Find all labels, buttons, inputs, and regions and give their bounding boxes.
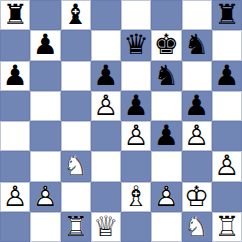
square-h1[interactable]: ♜♖ <box>212 212 242 242</box>
square-h8[interactable]: ♜ <box>212 0 242 30</box>
square-f2[interactable]: ♟♙ <box>151 182 181 212</box>
square-c5[interactable] <box>61 91 91 121</box>
square-g7[interactable]: ♞ <box>182 30 212 60</box>
square-g5[interactable]: ♟ <box>182 91 212 121</box>
piece-outline-layer: ♙ <box>212 151 242 181</box>
square-c8[interactable]: ♝ <box>61 0 91 30</box>
square-e5[interactable]: ♟ <box>121 91 151 121</box>
square-f5[interactable] <box>151 91 181 121</box>
chess-board: ♜♝♜♟♛♚♞♟♟♞♟♟♙♟♟♟♙♟♟♙♞♘♟♙♟♙♟♙♝♗♟♙♚♔♜♖♛♕♞♘… <box>0 0 242 242</box>
piece-outline-layer: ♗ <box>121 182 151 212</box>
piece-white-king: ♚♔ <box>182 182 212 212</box>
square-e1[interactable] <box>121 212 151 242</box>
square-h6[interactable]: ♟ <box>212 61 242 91</box>
piece-white-pawn: ♟♙ <box>151 182 181 212</box>
square-h7[interactable] <box>212 30 242 60</box>
piece-black-queen: ♛ <box>121 30 151 60</box>
piece-black-king: ♚ <box>151 30 181 60</box>
square-h3[interactable]: ♟♙ <box>212 151 242 181</box>
piece-white-knight: ♞♘ <box>61 151 91 181</box>
piece-white-rook: ♜♖ <box>212 212 242 242</box>
square-d2[interactable] <box>91 182 121 212</box>
square-c3[interactable]: ♞♘ <box>61 151 91 181</box>
piece-outline-layer: ♙ <box>151 182 181 212</box>
square-a6[interactable]: ♟ <box>0 61 30 91</box>
square-f1[interactable] <box>151 212 181 242</box>
piece-outline-layer: ♕ <box>91 212 121 242</box>
square-d6[interactable]: ♟ <box>91 61 121 91</box>
square-e3[interactable] <box>121 151 151 181</box>
square-c4[interactable] <box>61 121 91 151</box>
square-b7[interactable]: ♟ <box>30 30 60 60</box>
piece-outline-layer: ♔ <box>182 182 212 212</box>
square-a8[interactable]: ♜ <box>0 0 30 30</box>
piece-outline-layer: ♘ <box>61 151 91 181</box>
piece-outline-layer: ♘ <box>182 212 212 242</box>
piece-black-rook: ♜ <box>212 0 242 30</box>
square-c1[interactable]: ♜♖ <box>61 212 91 242</box>
square-d4[interactable] <box>91 121 121 151</box>
square-a7[interactable] <box>0 30 30 60</box>
square-d7[interactable] <box>91 30 121 60</box>
square-d3[interactable] <box>91 151 121 181</box>
square-f4[interactable]: ♟ <box>151 121 181 151</box>
piece-white-bishop: ♝♗ <box>121 182 151 212</box>
square-d5[interactable]: ♟♙ <box>91 91 121 121</box>
piece-outline-layer: ♙ <box>0 182 30 212</box>
square-d8[interactable] <box>91 0 121 30</box>
square-c6[interactable] <box>61 61 91 91</box>
square-g1[interactable]: ♞♘ <box>182 212 212 242</box>
square-b4[interactable] <box>30 121 60 151</box>
piece-black-pawn: ♟ <box>182 91 212 121</box>
piece-outline-layer: ♙ <box>182 121 212 151</box>
piece-white-pawn: ♟♙ <box>91 91 121 121</box>
square-h2[interactable] <box>212 182 242 212</box>
piece-white-pawn: ♟♙ <box>0 182 30 212</box>
piece-black-knight: ♞ <box>182 30 212 60</box>
square-b3[interactable] <box>30 151 60 181</box>
piece-black-pawn: ♟ <box>30 30 60 60</box>
square-g4[interactable]: ♟♙ <box>182 121 212 151</box>
square-b5[interactable] <box>30 91 60 121</box>
square-d1[interactable]: ♛♕ <box>91 212 121 242</box>
square-b8[interactable] <box>30 0 60 30</box>
piece-white-queen: ♛♕ <box>91 212 121 242</box>
piece-black-pawn: ♟ <box>121 91 151 121</box>
square-a1[interactable] <box>0 212 30 242</box>
square-g3[interactable] <box>182 151 212 181</box>
square-c2[interactable] <box>61 182 91 212</box>
square-e8[interactable] <box>121 0 151 30</box>
piece-white-pawn: ♟♙ <box>121 121 151 151</box>
piece-white-pawn: ♟♙ <box>212 151 242 181</box>
piece-outline-layer: ♙ <box>121 121 151 151</box>
square-e2[interactable]: ♝♗ <box>121 182 151 212</box>
square-f3[interactable] <box>151 151 181 181</box>
piece-black-rook: ♜ <box>0 0 30 30</box>
piece-white-pawn: ♟♙ <box>182 121 212 151</box>
square-e7[interactable]: ♛ <box>121 30 151 60</box>
square-c7[interactable] <box>61 30 91 60</box>
piece-outline-layer: ♖ <box>212 212 242 242</box>
square-e4[interactable]: ♟♙ <box>121 121 151 151</box>
square-g2[interactable]: ♚♔ <box>182 182 212 212</box>
square-f8[interactable] <box>151 0 181 30</box>
piece-white-pawn: ♟♙ <box>30 182 60 212</box>
piece-white-knight: ♞♘ <box>182 212 212 242</box>
piece-black-knight: ♞ <box>151 61 181 91</box>
piece-black-pawn: ♟ <box>151 121 181 151</box>
piece-outline-layer: ♖ <box>61 212 91 242</box>
square-a3[interactable] <box>0 151 30 181</box>
piece-outline-layer: ♙ <box>30 182 60 212</box>
square-b1[interactable] <box>30 212 60 242</box>
piece-black-pawn: ♟ <box>0 61 30 91</box>
square-h5[interactable] <box>212 91 242 121</box>
square-g6[interactable] <box>182 61 212 91</box>
piece-white-rook: ♜♖ <box>61 212 91 242</box>
square-f7[interactable]: ♚ <box>151 30 181 60</box>
piece-black-pawn: ♟ <box>91 61 121 91</box>
square-g8[interactable] <box>182 0 212 30</box>
piece-black-pawn: ♟ <box>212 61 242 91</box>
square-a2[interactable]: ♟♙ <box>0 182 30 212</box>
square-b6[interactable] <box>30 61 60 91</box>
square-f6[interactable]: ♞ <box>151 61 181 91</box>
square-h4[interactable] <box>212 121 242 151</box>
chess-app: ♜♝♜♟♛♚♞♟♟♞♟♟♙♟♟♟♙♟♟♙♞♘♟♙♟♙♟♙♝♗♟♙♚♔♜♖♛♕♞♘… <box>0 0 242 242</box>
square-b2[interactable]: ♟♙ <box>30 182 60 212</box>
square-a4[interactable] <box>0 121 30 151</box>
piece-outline-layer: ♙ <box>91 91 121 121</box>
square-e6[interactable] <box>121 61 151 91</box>
square-a5[interactable] <box>0 91 30 121</box>
piece-black-bishop: ♝ <box>61 0 91 30</box>
